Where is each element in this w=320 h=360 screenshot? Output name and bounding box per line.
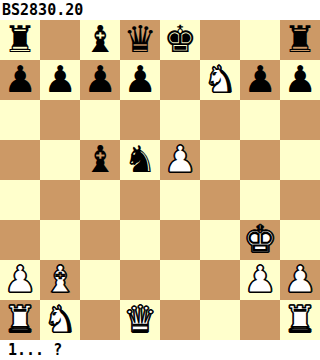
square-b2[interactable]: ♝ — [40, 260, 80, 300]
square-e8[interactable]: ♚ — [160, 20, 200, 60]
square-f3[interactable] — [200, 220, 240, 260]
piece-white-pawn[interactable]: ♟ — [243, 260, 276, 300]
piece-white-queen[interactable]: ♛ — [123, 300, 156, 340]
piece-white-rook[interactable]: ♜ — [283, 300, 316, 340]
square-c5[interactable]: ♝ — [80, 140, 120, 180]
puzzle-id-title: BS2830.20 — [0, 1, 83, 19]
square-b7[interactable]: ♟ — [40, 60, 80, 100]
square-e4[interactable] — [160, 180, 200, 220]
piece-black-pawn[interactable]: ♟ — [43, 60, 76, 100]
square-d4[interactable] — [120, 180, 160, 220]
square-g3[interactable]: ♚ — [240, 220, 280, 260]
piece-black-pawn[interactable]: ♟ — [83, 60, 116, 100]
square-a3[interactable] — [0, 220, 40, 260]
square-g6[interactable] — [240, 100, 280, 140]
square-a2[interactable]: ♟ — [0, 260, 40, 300]
header-bar: BS2830.20 — [0, 0, 320, 20]
square-g5[interactable] — [240, 140, 280, 180]
piece-black-knight[interactable]: ♞ — [123, 140, 156, 180]
chess-app-window: BS2830.20 ♜♝♛♚♜♟♟♟♟♞♟♟♝♞♟♚♟♝♟♟♜♞♛♜ 1... … — [0, 0, 320, 360]
square-f7[interactable]: ♞ — [200, 60, 240, 100]
square-h3[interactable] — [280, 220, 320, 260]
square-d5[interactable]: ♞ — [120, 140, 160, 180]
piece-white-pawn[interactable]: ♟ — [163, 140, 196, 180]
square-f1[interactable] — [200, 300, 240, 340]
square-d3[interactable] — [120, 220, 160, 260]
piece-black-rook[interactable]: ♜ — [3, 20, 36, 60]
move-prompt: 1... ? — [0, 341, 62, 359]
piece-black-king[interactable]: ♚ — [163, 20, 196, 60]
square-f8[interactable] — [200, 20, 240, 60]
piece-black-bishop[interactable]: ♝ — [83, 20, 116, 60]
square-a7[interactable]: ♟ — [0, 60, 40, 100]
square-b1[interactable]: ♞ — [40, 300, 80, 340]
piece-black-rook[interactable]: ♜ — [283, 20, 316, 60]
piece-white-pawn[interactable]: ♟ — [283, 260, 316, 300]
square-h7[interactable]: ♟ — [280, 60, 320, 100]
square-g8[interactable] — [240, 20, 280, 60]
square-h1[interactable]: ♜ — [280, 300, 320, 340]
piece-white-pawn[interactable]: ♟ — [3, 260, 36, 300]
piece-black-queen[interactable]: ♛ — [123, 20, 156, 60]
piece-white-king[interactable]: ♚ — [243, 220, 276, 260]
footer-bar: 1... ? — [0, 340, 320, 360]
square-f2[interactable] — [200, 260, 240, 300]
square-c4[interactable] — [80, 180, 120, 220]
square-b6[interactable] — [40, 100, 80, 140]
piece-white-knight[interactable]: ♞ — [203, 60, 236, 100]
square-a6[interactable] — [0, 100, 40, 140]
square-g2[interactable]: ♟ — [240, 260, 280, 300]
square-e5[interactable]: ♟ — [160, 140, 200, 180]
square-h4[interactable] — [280, 180, 320, 220]
square-h8[interactable]: ♜ — [280, 20, 320, 60]
piece-black-pawn[interactable]: ♟ — [3, 60, 36, 100]
square-a8[interactable]: ♜ — [0, 20, 40, 60]
square-d2[interactable] — [120, 260, 160, 300]
piece-black-pawn[interactable]: ♟ — [283, 60, 316, 100]
piece-black-pawn[interactable]: ♟ — [123, 60, 156, 100]
square-g4[interactable] — [240, 180, 280, 220]
square-c6[interactable] — [80, 100, 120, 140]
square-d7[interactable]: ♟ — [120, 60, 160, 100]
square-a5[interactable] — [0, 140, 40, 180]
square-a1[interactable]: ♜ — [0, 300, 40, 340]
chess-board: ♜♝♛♚♜♟♟♟♟♞♟♟♝♞♟♚♟♝♟♟♜♞♛♜ — [0, 20, 320, 340]
square-b8[interactable] — [40, 20, 80, 60]
square-e2[interactable] — [160, 260, 200, 300]
piece-white-knight[interactable]: ♞ — [43, 300, 76, 340]
square-f5[interactable] — [200, 140, 240, 180]
square-e7[interactable] — [160, 60, 200, 100]
square-b4[interactable] — [40, 180, 80, 220]
piece-black-bishop[interactable]: ♝ — [83, 140, 116, 180]
square-d6[interactable] — [120, 100, 160, 140]
square-c7[interactable]: ♟ — [80, 60, 120, 100]
piece-white-rook[interactable]: ♜ — [3, 300, 36, 340]
square-c3[interactable] — [80, 220, 120, 260]
piece-white-bishop[interactable]: ♝ — [43, 260, 76, 300]
square-c2[interactable] — [80, 260, 120, 300]
square-g1[interactable] — [240, 300, 280, 340]
square-e1[interactable] — [160, 300, 200, 340]
square-e6[interactable] — [160, 100, 200, 140]
square-f6[interactable] — [200, 100, 240, 140]
piece-black-pawn[interactable]: ♟ — [243, 60, 276, 100]
square-d8[interactable]: ♛ — [120, 20, 160, 60]
square-d1[interactable]: ♛ — [120, 300, 160, 340]
square-h5[interactable] — [280, 140, 320, 180]
square-a4[interactable] — [0, 180, 40, 220]
square-b5[interactable] — [40, 140, 80, 180]
square-h2[interactable]: ♟ — [280, 260, 320, 300]
square-g7[interactable]: ♟ — [240, 60, 280, 100]
square-c8[interactable]: ♝ — [80, 20, 120, 60]
square-b3[interactable] — [40, 220, 80, 260]
square-c1[interactable] — [80, 300, 120, 340]
square-h6[interactable] — [280, 100, 320, 140]
square-e3[interactable] — [160, 220, 200, 260]
square-f4[interactable] — [200, 180, 240, 220]
